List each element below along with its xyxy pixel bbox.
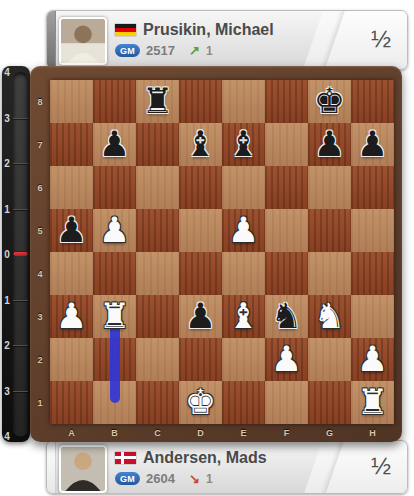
square-f5[interactable] [265, 209, 308, 252]
square-f8[interactable] [265, 80, 308, 123]
player-photo-image [61, 19, 105, 63]
rank-label-7: 7 [30, 123, 50, 166]
eval-label-2-2: 2 [2, 158, 12, 169]
square-d4[interactable] [179, 252, 222, 295]
square-h4[interactable] [351, 252, 394, 295]
rating-down-icon: ↘ [189, 471, 200, 486]
piece-black-pawn-h7[interactable]: ♟ [351, 123, 394, 166]
square-c7[interactable] [136, 123, 179, 166]
square-a8[interactable] [50, 80, 93, 123]
piece-black-pawn-d3[interactable]: ♟ [179, 295, 222, 338]
score-bottom: ½ [371, 452, 391, 480]
square-e2[interactable] [222, 338, 265, 381]
eval-tick-1 [13, 209, 28, 210]
rating-change-top: 1 [206, 44, 213, 58]
square-a1[interactable] [50, 381, 93, 424]
eval-label-2-6: 2 [2, 340, 12, 351]
square-h5[interactable] [351, 209, 394, 252]
piece-white-bishop-e3[interactable]: ♝ [222, 295, 265, 338]
rank-label-8: 8 [30, 80, 50, 123]
eval-label-4-8: 4 [2, 431, 12, 442]
square-a7[interactable] [50, 123, 93, 166]
eval-label-1-3: 1 [2, 203, 12, 214]
piece-white-pawn-b5[interactable]: ♟ [93, 209, 136, 252]
piece-white-pawn-a3[interactable]: ♟ [50, 295, 93, 338]
square-a6[interactable] [50, 166, 93, 209]
square-h3[interactable] [351, 295, 394, 338]
square-d8[interactable] [179, 80, 222, 123]
piece-black-pawn-b7[interactable]: ♟ [93, 123, 136, 166]
player-info-bottom: Andersen, Mads GM 2604 ↘ 1 [115, 448, 267, 486]
rank-label-2: 2 [30, 338, 50, 381]
square-c5[interactable] [136, 209, 179, 252]
rank-label-6: 6 [30, 166, 50, 209]
piece-white-pawn-f2[interactable]: ♟ [265, 338, 308, 381]
piece-white-rook-b3[interactable]: ♜ [93, 295, 136, 338]
rating-change-bottom: 1 [206, 472, 213, 486]
square-d5[interactable] [179, 209, 222, 252]
square-f6[interactable] [265, 166, 308, 209]
file-label-c: C [136, 425, 179, 441]
chess-board: ♜♚♟♝♝♟♟♟♟♟♟♜♟♝♞♞♟♟♚♜ 87654321ABCDEFGH [30, 66, 402, 442]
square-c6[interactable] [136, 166, 179, 209]
file-label-f: F [265, 425, 308, 441]
square-g6[interactable] [308, 166, 351, 209]
piece-white-pawn-h2[interactable]: ♟ [351, 338, 394, 381]
title-badge-top: GM [115, 44, 140, 57]
square-b8[interactable] [93, 80, 136, 123]
eval-tick-3 [13, 391, 28, 392]
eval-tick-3 [13, 118, 28, 119]
eval-tick-2 [13, 163, 28, 164]
square-c4[interactable] [136, 252, 179, 295]
square-g4[interactable] [308, 252, 351, 295]
square-a4[interactable] [50, 252, 93, 295]
square-a2[interactable] [50, 338, 93, 381]
piece-black-bishop-e7[interactable]: ♝ [222, 123, 265, 166]
square-c2[interactable] [136, 338, 179, 381]
piece-black-king-g8[interactable]: ♚ [308, 80, 351, 123]
piece-black-bishop-d7[interactable]: ♝ [179, 123, 222, 166]
file-label-g: G [308, 425, 351, 441]
eval-label-3-1: 3 [2, 112, 12, 123]
eval-channel [13, 72, 28, 436]
flag-germany-icon [115, 24, 136, 36]
file-label-h: H [351, 425, 394, 441]
square-f1[interactable] [265, 381, 308, 424]
square-f7[interactable] [265, 123, 308, 166]
piece-black-rook-c8[interactable]: ♜ [136, 80, 179, 123]
rating-up-icon: ↗ [189, 43, 200, 58]
square-g5[interactable] [308, 209, 351, 252]
square-e4[interactable] [222, 252, 265, 295]
piece-white-knight-g3[interactable]: ♞ [308, 295, 351, 338]
eval-label-0-4: 0 [2, 249, 12, 260]
eval-marker [14, 252, 27, 256]
rank-label-4: 4 [30, 252, 50, 295]
square-d2[interactable] [179, 338, 222, 381]
eval-tick-1 [13, 300, 28, 301]
eval-label-1-5: 1 [2, 294, 12, 305]
rank-label-3: 3 [30, 295, 50, 338]
eval-tick-2 [13, 345, 28, 346]
black-side-indicator [47, 11, 56, 69]
player-bar-bottom: Andersen, Mads GM 2604 ↘ 1 ½ [46, 440, 408, 494]
eval-bar: 432101234 [2, 66, 30, 442]
square-c3[interactable] [136, 295, 179, 338]
square-h8[interactable] [351, 80, 394, 123]
board-squares: ♜♚♟♝♝♟♟♟♟♟♟♜♟♝♞♞♟♟♚♜ [50, 80, 394, 424]
piece-white-rook-h1[interactable]: ♜ [351, 381, 394, 424]
piece-black-knight-f3[interactable]: ♞ [265, 295, 308, 338]
player-name-bottom: Andersen, Mads [143, 449, 267, 467]
player-photo-bottom [59, 445, 107, 493]
square-f4[interactable] [265, 252, 308, 295]
white-side-indicator [47, 441, 56, 493]
square-b6[interactable] [93, 166, 136, 209]
file-label-e: E [222, 425, 265, 441]
file-label-d: D [179, 425, 222, 441]
square-h6[interactable] [351, 166, 394, 209]
piece-white-king-d1[interactable]: ♚ [179, 381, 222, 424]
square-d6[interactable] [179, 166, 222, 209]
square-c1[interactable] [136, 381, 179, 424]
eval-label-3-7: 3 [2, 385, 12, 396]
square-b4[interactable] [93, 252, 136, 295]
broadcast-game-view: Prusikin, Michael GM 2517 ↗ 1 ½ 43210123… [0, 0, 414, 496]
score-top: ½ [371, 25, 391, 53]
file-label-b: B [93, 425, 136, 441]
file-label-a: A [50, 425, 93, 441]
piece-white-pawn-e5[interactable]: ♟ [222, 209, 265, 252]
player-info-top: Prusikin, Michael GM 2517 ↗ 1 [115, 20, 274, 58]
flag-denmark-icon [115, 452, 136, 464]
eval-label-4-0: 4 [2, 67, 12, 78]
square-e6[interactable] [222, 166, 265, 209]
square-e8[interactable] [222, 80, 265, 123]
rating-bottom: 2604 [146, 471, 175, 486]
square-g1[interactable] [308, 381, 351, 424]
rank-label-1: 1 [30, 381, 50, 424]
title-badge-bottom: GM [115, 472, 140, 485]
rank-label-5: 5 [30, 209, 50, 252]
rating-top: 2517 [146, 43, 175, 58]
player-photo-top [59, 17, 107, 65]
square-g2[interactable] [308, 338, 351, 381]
player-bar-top: Prusikin, Michael GM 2517 ↗ 1 ½ [46, 10, 408, 70]
player-photo-image [61, 447, 105, 491]
piece-black-pawn-a5[interactable]: ♟ [50, 209, 93, 252]
piece-black-pawn-g7[interactable]: ♟ [308, 123, 351, 166]
player-name-top: Prusikin, Michael [143, 21, 274, 39]
square-e1[interactable] [222, 381, 265, 424]
